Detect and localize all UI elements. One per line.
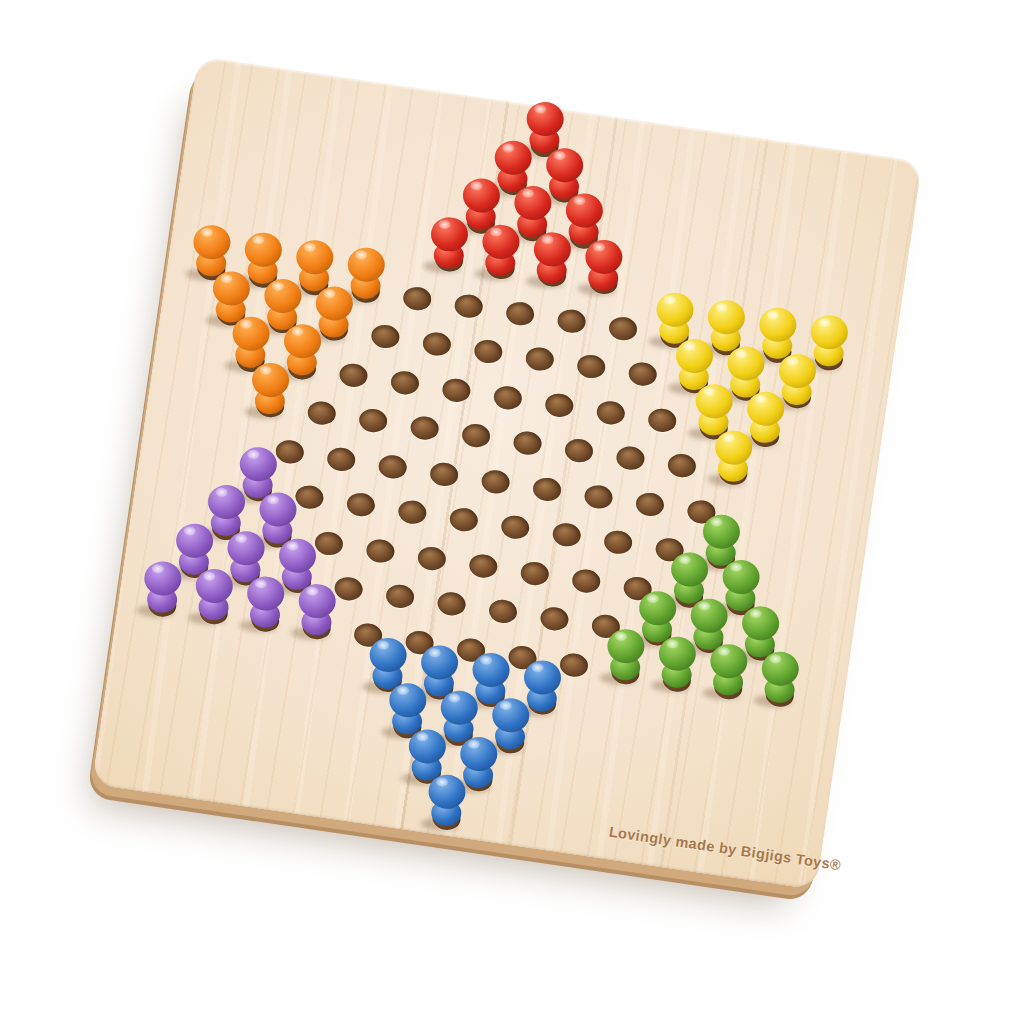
hole[interactable] (370, 323, 401, 350)
peg-head (482, 223, 521, 259)
hole[interactable] (306, 400, 337, 427)
peg-head (778, 352, 817, 388)
hole[interactable] (421, 331, 452, 358)
peg-head (714, 429, 753, 465)
hole[interactable] (615, 445, 646, 472)
hole[interactable] (505, 300, 536, 327)
hole[interactable] (576, 353, 607, 380)
hole[interactable] (441, 376, 472, 403)
hole[interactable] (500, 514, 531, 541)
peg-yellow[interactable] (712, 429, 755, 485)
star-grid (92, 56, 923, 890)
peg-head (239, 446, 278, 482)
peg-red[interactable] (582, 238, 625, 294)
hole[interactable] (453, 292, 484, 319)
peg-head (175, 522, 214, 558)
hole[interactable] (358, 407, 389, 434)
peg-red[interactable] (479, 223, 522, 279)
photo-scene: Lovingly made by Bigjigs Toys® (0, 0, 1024, 1024)
hole[interactable] (377, 453, 408, 480)
peg-head (494, 139, 533, 175)
hole[interactable] (468, 552, 499, 579)
chinese-checkers-board: Lovingly made by Bigjigs Toys® (92, 56, 923, 890)
hole[interactable] (429, 461, 460, 488)
peg-green[interactable] (707, 643, 750, 699)
peg-head (584, 238, 623, 274)
hole[interactable] (385, 583, 416, 610)
hole[interactable] (409, 415, 440, 442)
hole[interactable] (397, 499, 428, 526)
peg-head (523, 659, 562, 695)
hole[interactable] (461, 422, 492, 449)
peg-green[interactable] (604, 628, 647, 684)
hole[interactable] (524, 346, 555, 373)
hole[interactable] (532, 476, 563, 503)
peg-red[interactable] (531, 231, 574, 287)
peg-head (459, 736, 498, 772)
hole[interactable] (345, 491, 376, 518)
peg-head (263, 277, 302, 313)
hole[interactable] (448, 506, 479, 533)
peg-head (675, 337, 714, 373)
peg-head (408, 728, 447, 764)
peg-head (430, 216, 469, 252)
hole[interactable] (390, 369, 421, 396)
peg-green[interactable] (656, 636, 699, 692)
peg-head (741, 605, 780, 641)
hole[interactable] (365, 537, 396, 564)
hole[interactable] (556, 307, 587, 334)
peg-head (420, 644, 459, 680)
hole[interactable] (603, 529, 634, 556)
hole[interactable] (571, 567, 602, 594)
hole[interactable] (647, 406, 678, 433)
hole[interactable] (519, 560, 550, 587)
hole[interactable] (608, 315, 639, 342)
hole[interactable] (512, 430, 543, 457)
hole[interactable] (402, 285, 433, 312)
peg-head (533, 231, 572, 267)
hole[interactable] (492, 384, 523, 411)
peg-head (638, 590, 677, 626)
peg-head (727, 345, 766, 381)
hole[interactable] (666, 452, 697, 479)
peg-purple[interactable] (193, 568, 236, 624)
peg-head (212, 270, 251, 306)
hole[interactable] (436, 590, 467, 617)
peg-green[interactable] (759, 651, 802, 707)
hole[interactable] (551, 521, 582, 548)
peg-head (315, 285, 354, 321)
hole[interactable] (473, 338, 504, 365)
hole[interactable] (539, 605, 570, 632)
peg-head (690, 597, 729, 633)
peg-red[interactable] (428, 216, 471, 272)
peg-purple[interactable] (141, 560, 184, 616)
peg-purple[interactable] (296, 583, 339, 639)
peg-head (702, 513, 741, 549)
hole[interactable] (583, 483, 614, 510)
peg-head (278, 537, 317, 573)
hole[interactable] (544, 391, 575, 418)
hole[interactable] (595, 399, 626, 426)
peg-orange[interactable] (249, 361, 292, 417)
hole[interactable] (635, 491, 666, 518)
peg-head (545, 147, 584, 183)
hole[interactable] (338, 361, 369, 388)
hole[interactable] (416, 545, 447, 572)
hole[interactable] (563, 437, 594, 464)
peg-head (369, 636, 408, 672)
peg-head (472, 651, 511, 687)
hole[interactable] (627, 361, 658, 388)
peg-purple[interactable] (244, 576, 287, 632)
peg-blue[interactable] (425, 774, 468, 830)
hole[interactable] (487, 598, 518, 625)
hole[interactable] (326, 446, 357, 473)
hole[interactable] (480, 468, 511, 495)
peg-head (227, 530, 266, 566)
peg-head (251, 362, 290, 398)
